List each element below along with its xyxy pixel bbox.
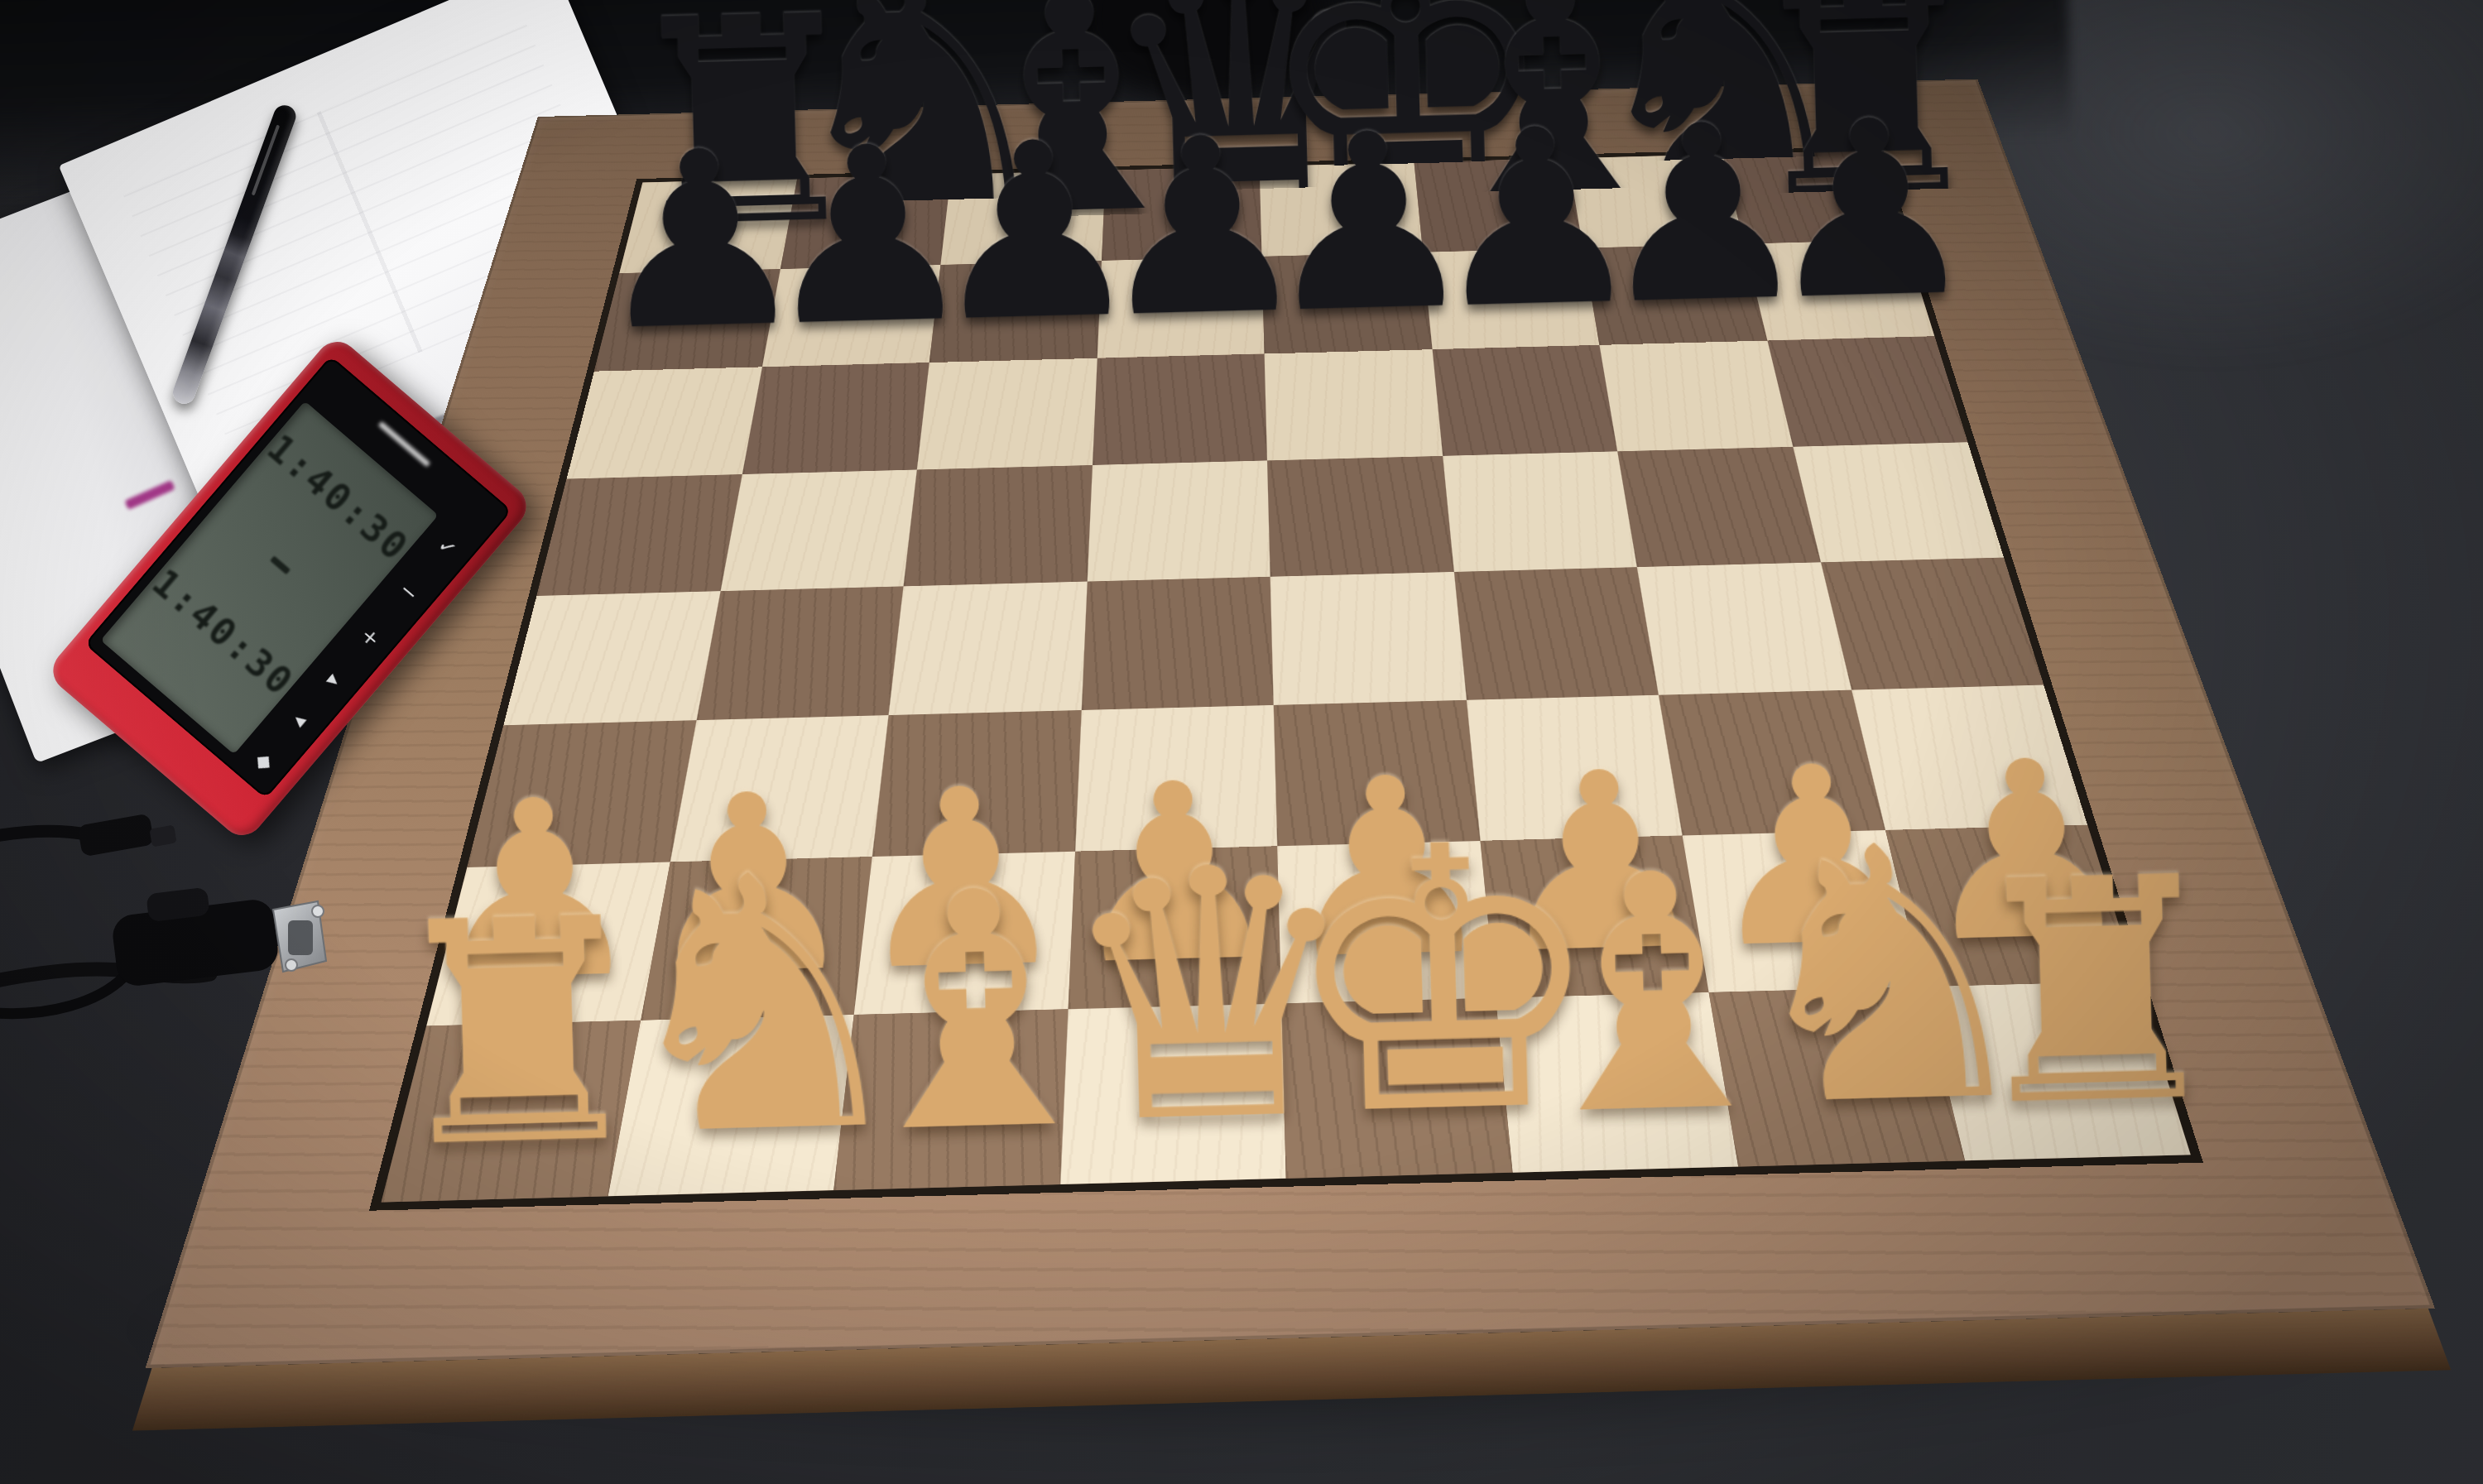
piece-black-pawn: ♟ (589, 119, 763, 365)
square-f6 (1432, 345, 1617, 456)
piece-black-pawn: ♟ (1759, 89, 1933, 334)
square-b4 (696, 586, 904, 719)
board-rank-1: ♜♞♝♛♚♝♞♜ (382, 981, 2191, 1202)
square-d6 (1092, 353, 1267, 464)
power-cable (0, 814, 177, 857)
square-f5 (1443, 451, 1637, 572)
square-e6 (1265, 349, 1443, 460)
square-e7: ♟ (1262, 252, 1433, 353)
chess-board: ♜♞♝♛♚♝♞♜♟♟♟♟♟♟♟♟♟♟♟♟♟♟♟♟♜♞♝♛♚♝♞♜ (146, 79, 2435, 1368)
piece-white-queen: ♛ (1051, 824, 1285, 1174)
square-d1: ♛ (1059, 1003, 1285, 1184)
square-a4 (503, 591, 719, 725)
cables (0, 728, 646, 1093)
square-h4 (1820, 558, 2044, 690)
square-d5 (1087, 460, 1270, 582)
square-a6 (567, 367, 762, 478)
square-g5 (1617, 446, 1820, 567)
piece-white-king: ♚ (1276, 800, 1511, 1168)
square-d7: ♟ (1097, 257, 1264, 358)
clock-button-minus-icon: − (394, 577, 423, 607)
square-g1: ♞ (1709, 987, 1965, 1167)
piece-black-pawn: ♟ (1258, 102, 1432, 348)
piece-black-pawn: ♟ (1425, 98, 1599, 343)
square-g7: ♟ (1583, 243, 1767, 345)
square-a5 (536, 474, 742, 596)
square-e4 (1270, 572, 1467, 704)
piece-black-pawn: ♟ (1592, 93, 1766, 339)
serial-cable-connector (0, 887, 326, 1014)
square-a7: ♟ (594, 269, 780, 372)
square-f7: ♟ (1423, 247, 1600, 349)
square-b5 (720, 469, 917, 591)
square-f1: ♝ (1495, 992, 1738, 1172)
piece-black-pawn: ♟ (1091, 106, 1265, 352)
piece-white-knight: ♞ (1727, 800, 1962, 1156)
clock-button-power-icon: ◆ (251, 747, 278, 776)
clock-button-plus-icon: + (356, 622, 385, 652)
clock-time-left: 1:40:30 (144, 561, 301, 704)
square-h1: ♜ (1923, 981, 2191, 1160)
square-h7: ♟ (1744, 239, 1935, 340)
square-b6 (742, 363, 929, 474)
piece-white-bishop: ♝ (827, 848, 1061, 1179)
board-frame: ♜♞♝♛♚♝♞♜♟♟♟♟♟♟♟♟♟♟♟♟♟♟♟♟♜♞♝♛♚♝♞♜ (146, 79, 2435, 1368)
piece-black-pawn: ♟ (924, 110, 1097, 356)
square-e1: ♚ (1281, 997, 1512, 1179)
clock-button-rewind-icon: ◂ (288, 707, 311, 732)
square-g4 (1637, 562, 1851, 694)
square-c1: ♝ (833, 1009, 1068, 1190)
square-b7: ♟ (761, 265, 940, 367)
piece-black-pawn: ♟ (756, 115, 930, 361)
tournament-table-photo: ♜♞♝♛♚♝♞♜♟♟♟♟♟♟♟♟♟♟♟♟♟♟♟♟♜♞♝♛♚♝♞♜ 1:40:30… (0, 0, 2483, 1484)
square-g6 (1599, 341, 1792, 451)
square-h5 (1793, 442, 2004, 562)
square-f4 (1453, 567, 1659, 699)
square-c5 (904, 465, 1093, 587)
piece-white-rook: ♜ (1954, 838, 2188, 1150)
clock-button-play-icon: ▸ (322, 667, 345, 692)
square-c4 (889, 582, 1088, 715)
square-c6 (917, 358, 1097, 469)
square-h6 (1767, 336, 1967, 446)
piece-white-bishop: ♝ (1502, 831, 1736, 1161)
square-c7: ♟ (929, 261, 1102, 363)
square-d4 (1081, 577, 1274, 710)
clock-button-ok-icon: ✓ (433, 532, 462, 562)
board-grid: ♜♞♝♛♚♝♞♜♟♟♟♟♟♟♟♟♟♟♟♟♟♟♟♟♜♞♝♛♚♝♞♜ (382, 151, 2191, 1203)
clock-time-right: 1:40:30 (259, 426, 416, 569)
square-e5 (1267, 456, 1453, 577)
